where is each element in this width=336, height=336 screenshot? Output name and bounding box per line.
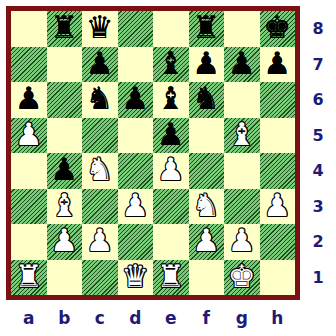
square-d8[interactable] xyxy=(118,11,154,47)
file-label-f: f xyxy=(189,303,225,333)
file-label-c: c xyxy=(82,303,118,333)
piece-black-bishop: ♝ xyxy=(157,82,185,117)
square-f8[interactable]: ♜ xyxy=(189,11,225,47)
piece-white-pawn: ♟ xyxy=(86,224,114,259)
square-a8[interactable] xyxy=(11,11,47,47)
square-a6[interactable]: ♟ xyxy=(11,82,47,118)
square-c6[interactable]: ♞ xyxy=(82,82,118,118)
square-d4[interactable] xyxy=(118,153,154,189)
square-b4[interactable]: ♟ xyxy=(47,153,83,189)
rank-labels: 87654321 xyxy=(303,11,333,295)
square-e4[interactable]: ♟ xyxy=(153,153,189,189)
square-d5[interactable] xyxy=(118,118,154,154)
square-c1[interactable] xyxy=(82,260,118,296)
square-g2[interactable]: ♟ xyxy=(224,224,260,260)
piece-black-bishop: ♝ xyxy=(157,47,185,82)
square-c7[interactable]: ♟ xyxy=(82,47,118,83)
square-f2[interactable]: ♟ xyxy=(189,224,225,260)
piece-white-pawn: ♟ xyxy=(192,224,220,259)
rank-label-3: 3 xyxy=(303,189,333,225)
square-c2[interactable]: ♟ xyxy=(82,224,118,260)
square-b7[interactable] xyxy=(47,47,83,83)
square-g6[interactable] xyxy=(224,82,260,118)
square-a7[interactable] xyxy=(11,47,47,83)
board-frame: ♜♛♜♚♟♝♟♟♟♟♞♟♝♞♟♟♝♟♞♟♝♟♞♟♟♟♟♟♜♛♜♚ xyxy=(6,6,300,300)
piece-white-bishop: ♝ xyxy=(228,118,256,153)
square-g4[interactable] xyxy=(224,153,260,189)
square-d3[interactable]: ♟ xyxy=(118,189,154,225)
square-g5[interactable]: ♝ xyxy=(224,118,260,154)
piece-white-knight: ♞ xyxy=(192,189,220,224)
square-g8[interactable] xyxy=(224,11,260,47)
file-label-e: e xyxy=(153,303,189,333)
piece-white-knight: ♞ xyxy=(86,153,114,188)
piece-black-pawn: ♟ xyxy=(15,82,43,117)
square-a3[interactable] xyxy=(11,189,47,225)
square-f1[interactable] xyxy=(189,260,225,296)
square-e3[interactable] xyxy=(153,189,189,225)
square-g3[interactable] xyxy=(224,189,260,225)
square-h5[interactable] xyxy=(260,118,296,154)
square-h8[interactable]: ♚ xyxy=(260,11,296,47)
square-e2[interactable] xyxy=(153,224,189,260)
square-d1[interactable]: ♛ xyxy=(118,260,154,296)
piece-white-bishop: ♝ xyxy=(50,189,78,224)
rank-label-2: 2 xyxy=(303,224,333,260)
piece-black-pawn: ♟ xyxy=(157,118,185,153)
square-e1[interactable]: ♜ xyxy=(153,260,189,296)
file-label-b: b xyxy=(47,303,83,333)
piece-black-pawn: ♟ xyxy=(86,47,114,82)
piece-black-rook: ♜ xyxy=(50,11,78,46)
rank-label-6: 6 xyxy=(303,82,333,118)
piece-white-pawn: ♟ xyxy=(121,189,149,224)
piece-black-pawn: ♟ xyxy=(192,47,220,82)
piece-white-queen: ♛ xyxy=(121,260,149,295)
piece-black-knight: ♞ xyxy=(192,82,220,117)
square-h4[interactable] xyxy=(260,153,296,189)
piece-black-queen: ♛ xyxy=(86,11,114,46)
piece-black-king: ♚ xyxy=(263,11,291,46)
square-h2[interactable] xyxy=(260,224,296,260)
square-h6[interactable] xyxy=(260,82,296,118)
square-g1[interactable]: ♚ xyxy=(224,260,260,296)
rank-label-1: 1 xyxy=(303,260,333,296)
file-label-d: d xyxy=(118,303,154,333)
square-f5[interactable] xyxy=(189,118,225,154)
piece-white-king: ♚ xyxy=(228,260,256,295)
rank-label-8: 8 xyxy=(303,11,333,47)
square-c3[interactable] xyxy=(82,189,118,225)
piece-black-pawn: ♟ xyxy=(50,153,78,188)
square-h7[interactable]: ♟ xyxy=(260,47,296,83)
square-b2[interactable]: ♟ xyxy=(47,224,83,260)
piece-black-rook: ♜ xyxy=(192,11,220,46)
file-label-g: g xyxy=(224,303,260,333)
chess-board: ♜♛♜♚♟♝♟♟♟♟♞♟♝♞♟♟♝♟♞♟♝♟♞♟♟♟♟♟♜♛♜♚ xyxy=(11,11,295,295)
square-e7[interactable]: ♝ xyxy=(153,47,189,83)
square-a4[interactable] xyxy=(11,153,47,189)
rank-label-7: 7 xyxy=(303,47,333,83)
piece-black-pawn: ♟ xyxy=(228,47,256,82)
square-b1[interactable] xyxy=(47,260,83,296)
square-b8[interactable]: ♜ xyxy=(47,11,83,47)
square-f3[interactable]: ♞ xyxy=(189,189,225,225)
piece-white-pawn: ♟ xyxy=(50,224,78,259)
square-c8[interactable]: ♛ xyxy=(82,11,118,47)
piece-white-pawn: ♟ xyxy=(263,189,291,224)
square-f7[interactable]: ♟ xyxy=(189,47,225,83)
square-d2[interactable] xyxy=(118,224,154,260)
piece-black-pawn: ♟ xyxy=(121,82,149,117)
square-d6[interactable]: ♟ xyxy=(118,82,154,118)
square-d7[interactable] xyxy=(118,47,154,83)
square-e6[interactable]: ♝ xyxy=(153,82,189,118)
piece-black-knight: ♞ xyxy=(86,82,114,117)
square-b3[interactable]: ♝ xyxy=(47,189,83,225)
square-f6[interactable]: ♞ xyxy=(189,82,225,118)
square-a1[interactable]: ♜ xyxy=(11,260,47,296)
piece-black-pawn: ♟ xyxy=(263,47,291,82)
piece-white-pawn: ♟ xyxy=(157,153,185,188)
file-labels: abcdefgh xyxy=(11,303,295,333)
piece-white-pawn: ♟ xyxy=(228,224,256,259)
file-label-a: a xyxy=(11,303,47,333)
square-g7[interactable]: ♟ xyxy=(224,47,260,83)
chess-diagram: ♜♛♜♚♟♝♟♟♟♟♞♟♝♞♟♟♝♟♞♟♝♟♞♟♟♟♟♟♜♛♜♚ abcdefg… xyxy=(0,0,336,336)
piece-white-rook: ♜ xyxy=(157,260,185,295)
piece-white-pawn: ♟ xyxy=(15,118,43,153)
square-a5[interactable]: ♟ xyxy=(11,118,47,154)
rank-label-4: 4 xyxy=(303,153,333,189)
square-b6[interactable] xyxy=(47,82,83,118)
square-e5[interactable]: ♟ xyxy=(153,118,189,154)
square-e8[interactable] xyxy=(153,11,189,47)
square-c5[interactable] xyxy=(82,118,118,154)
rank-label-5: 5 xyxy=(303,118,333,154)
square-a2[interactable] xyxy=(11,224,47,260)
square-c4[interactable]: ♞ xyxy=(82,153,118,189)
piece-white-rook: ♜ xyxy=(15,260,43,295)
square-h1[interactable] xyxy=(260,260,296,296)
square-h3[interactable]: ♟ xyxy=(260,189,296,225)
square-f4[interactable] xyxy=(189,153,225,189)
file-label-h: h xyxy=(260,303,296,333)
square-b5[interactable] xyxy=(47,118,83,154)
